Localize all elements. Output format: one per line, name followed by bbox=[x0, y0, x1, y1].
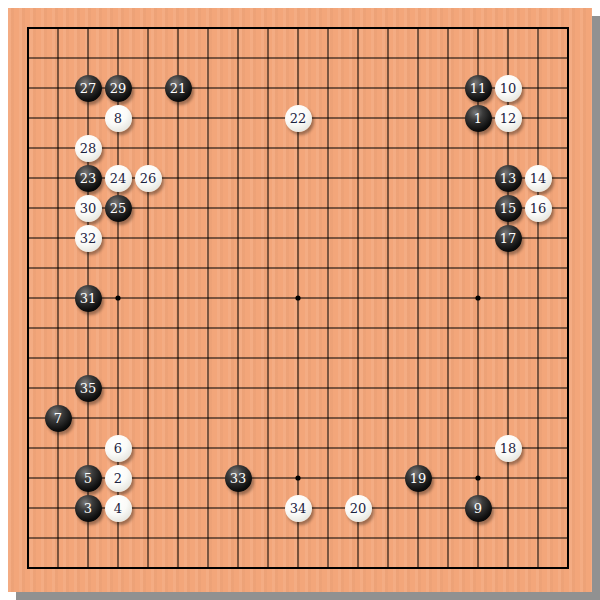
board-point[interactable] bbox=[103, 403, 133, 433]
board-point[interactable] bbox=[133, 133, 163, 163]
board-point[interactable] bbox=[403, 313, 433, 343]
board-point[interactable]: 25 bbox=[103, 193, 133, 223]
board-point[interactable] bbox=[283, 523, 313, 553]
stone-12-white[interactable]: 12 bbox=[495, 105, 522, 132]
board-point[interactable] bbox=[463, 43, 493, 73]
board-point[interactable] bbox=[403, 43, 433, 73]
board-point[interactable] bbox=[13, 103, 43, 133]
stone-4-white[interactable]: 4 bbox=[105, 495, 132, 522]
board-point[interactable] bbox=[523, 73, 553, 103]
board-point[interactable]: 10 bbox=[493, 73, 523, 103]
board-point[interactable] bbox=[433, 43, 463, 73]
board-point[interactable] bbox=[343, 103, 373, 133]
board-point[interactable] bbox=[523, 13, 553, 43]
board-point[interactable] bbox=[133, 403, 163, 433]
board-point[interactable] bbox=[253, 433, 283, 463]
board-point[interactable] bbox=[463, 223, 493, 253]
board-point[interactable] bbox=[343, 193, 373, 223]
stone-18-white[interactable]: 18 bbox=[495, 435, 522, 462]
board-point[interactable] bbox=[493, 493, 523, 523]
board-point[interactable] bbox=[253, 403, 283, 433]
board-point[interactable] bbox=[523, 43, 553, 73]
board-point[interactable] bbox=[403, 283, 433, 313]
board-point[interactable] bbox=[553, 553, 583, 583]
board-point[interactable] bbox=[13, 403, 43, 433]
board-point[interactable] bbox=[43, 343, 73, 373]
board-point[interactable] bbox=[523, 433, 553, 463]
board-point[interactable] bbox=[463, 433, 493, 463]
board-point[interactable] bbox=[253, 523, 283, 553]
board-point[interactable] bbox=[223, 13, 253, 43]
board-point[interactable] bbox=[223, 433, 253, 463]
board-point[interactable] bbox=[313, 523, 343, 553]
board-point[interactable] bbox=[133, 73, 163, 103]
board-point[interactable] bbox=[433, 523, 463, 553]
board-point[interactable] bbox=[523, 373, 553, 403]
board-point[interactable] bbox=[433, 313, 463, 343]
board-point[interactable] bbox=[43, 133, 73, 163]
board-point[interactable] bbox=[433, 373, 463, 403]
board-point[interactable] bbox=[313, 313, 343, 343]
stone-8-white[interactable]: 8 bbox=[105, 105, 132, 132]
board-point[interactable]: 9 bbox=[463, 493, 493, 523]
board-point[interactable] bbox=[313, 133, 343, 163]
board-point[interactable] bbox=[103, 283, 133, 313]
board-point[interactable]: 23 bbox=[73, 163, 103, 193]
board-point[interactable] bbox=[223, 553, 253, 583]
board-point[interactable] bbox=[343, 73, 373, 103]
board-point[interactable]: 17 bbox=[493, 223, 523, 253]
board-point[interactable]: 3 bbox=[73, 493, 103, 523]
board-point[interactable] bbox=[403, 343, 433, 373]
board-point[interactable] bbox=[373, 373, 403, 403]
board-point[interactable] bbox=[553, 523, 583, 553]
board-point[interactable] bbox=[433, 13, 463, 43]
board-point[interactable] bbox=[43, 253, 73, 283]
board-point[interactable] bbox=[193, 13, 223, 43]
stone-14-white[interactable]: 14 bbox=[525, 165, 552, 192]
board-point[interactable] bbox=[493, 13, 523, 43]
board-point[interactable] bbox=[373, 343, 403, 373]
board-point[interactable] bbox=[313, 343, 343, 373]
board-point[interactable] bbox=[163, 103, 193, 133]
board-point[interactable] bbox=[223, 283, 253, 313]
board-point[interactable]: 30 bbox=[73, 193, 103, 223]
board-point[interactable] bbox=[193, 523, 223, 553]
board-point[interactable] bbox=[163, 493, 193, 523]
board-point[interactable] bbox=[373, 223, 403, 253]
board-point[interactable] bbox=[133, 553, 163, 583]
board-point[interactable]: 27 bbox=[73, 73, 103, 103]
board-point[interactable] bbox=[223, 73, 253, 103]
board-point[interactable] bbox=[523, 283, 553, 313]
board-point[interactable] bbox=[373, 313, 403, 343]
board-point[interactable] bbox=[133, 13, 163, 43]
board-point[interactable]: 32 bbox=[73, 223, 103, 253]
board-point[interactable] bbox=[343, 223, 373, 253]
board-point[interactable] bbox=[433, 163, 463, 193]
board-point[interactable] bbox=[403, 493, 433, 523]
board-point[interactable] bbox=[43, 283, 73, 313]
board-point[interactable] bbox=[463, 553, 493, 583]
board-point[interactable] bbox=[103, 553, 133, 583]
board-point[interactable] bbox=[163, 553, 193, 583]
board-point[interactable] bbox=[493, 343, 523, 373]
board-point[interactable] bbox=[13, 253, 43, 283]
board-point[interactable] bbox=[343, 403, 373, 433]
board-point[interactable] bbox=[193, 433, 223, 463]
board-point[interactable] bbox=[223, 193, 253, 223]
board-point[interactable] bbox=[553, 433, 583, 463]
board-point[interactable] bbox=[283, 343, 313, 373]
board-point[interactable] bbox=[433, 463, 463, 493]
board-point[interactable] bbox=[463, 283, 493, 313]
board-point[interactable] bbox=[133, 493, 163, 523]
board-point[interactable] bbox=[373, 403, 403, 433]
board-point[interactable] bbox=[373, 163, 403, 193]
stone-20-white[interactable]: 20 bbox=[345, 495, 372, 522]
board-point[interactable] bbox=[463, 373, 493, 403]
board-point[interactable] bbox=[433, 193, 463, 223]
board-point[interactable] bbox=[253, 73, 283, 103]
board-point[interactable] bbox=[133, 193, 163, 223]
board-point[interactable] bbox=[13, 373, 43, 403]
board-point[interactable] bbox=[463, 253, 493, 283]
board-point[interactable] bbox=[253, 223, 283, 253]
stone-7-black[interactable]: 7 bbox=[45, 405, 72, 432]
board-point[interactable] bbox=[163, 433, 193, 463]
board-point[interactable] bbox=[493, 553, 523, 583]
board-point[interactable] bbox=[253, 253, 283, 283]
board-point[interactable] bbox=[313, 463, 343, 493]
board-point[interactable] bbox=[313, 253, 343, 283]
board-point[interactable] bbox=[523, 253, 553, 283]
board-point[interactable] bbox=[103, 313, 133, 343]
board-point[interactable] bbox=[493, 373, 523, 403]
board-point[interactable] bbox=[523, 403, 553, 433]
board-point[interactable] bbox=[463, 313, 493, 343]
stone-33-black[interactable]: 33 bbox=[225, 465, 252, 492]
board-point[interactable] bbox=[523, 313, 553, 343]
board-point[interactable] bbox=[163, 313, 193, 343]
board-point[interactable] bbox=[433, 133, 463, 163]
board-point[interactable]: 21 bbox=[163, 73, 193, 103]
board-point[interactable] bbox=[493, 403, 523, 433]
board-point[interactable] bbox=[403, 433, 433, 463]
stone-31-black[interactable]: 31 bbox=[75, 285, 102, 312]
board-point[interactable] bbox=[553, 313, 583, 343]
board-point[interactable] bbox=[253, 553, 283, 583]
board-point[interactable] bbox=[43, 463, 73, 493]
board-point[interactable] bbox=[13, 193, 43, 223]
board-point[interactable] bbox=[283, 283, 313, 313]
board-point[interactable] bbox=[43, 433, 73, 463]
board-point[interactable] bbox=[163, 523, 193, 553]
board-point[interactable] bbox=[13, 493, 43, 523]
board-point[interactable] bbox=[283, 433, 313, 463]
board-point[interactable] bbox=[223, 403, 253, 433]
board-point[interactable]: 18 bbox=[493, 433, 523, 463]
stone-27-black[interactable]: 27 bbox=[75, 75, 102, 102]
board-point[interactable] bbox=[73, 253, 103, 283]
board-point[interactable] bbox=[343, 373, 373, 403]
board-point[interactable] bbox=[193, 73, 223, 103]
board-point[interactable] bbox=[463, 163, 493, 193]
board-point[interactable] bbox=[253, 493, 283, 523]
board-point[interactable] bbox=[253, 343, 283, 373]
board-point[interactable] bbox=[73, 433, 103, 463]
board-point[interactable] bbox=[403, 193, 433, 223]
board-point[interactable] bbox=[193, 163, 223, 193]
board-point[interactable] bbox=[253, 133, 283, 163]
board-point[interactable] bbox=[163, 13, 193, 43]
stone-9-black[interactable]: 9 bbox=[465, 495, 492, 522]
board-point[interactable] bbox=[133, 463, 163, 493]
board-point[interactable] bbox=[433, 253, 463, 283]
board-point[interactable] bbox=[373, 43, 403, 73]
board-point[interactable] bbox=[493, 313, 523, 343]
board-point[interactable] bbox=[103, 253, 133, 283]
board-point[interactable] bbox=[193, 463, 223, 493]
stone-26-white[interactable]: 26 bbox=[135, 165, 162, 192]
board-point[interactable] bbox=[13, 13, 43, 43]
board-point[interactable]: 6 bbox=[103, 433, 133, 463]
board-point[interactable] bbox=[133, 523, 163, 553]
board-point[interactable] bbox=[43, 73, 73, 103]
stone-3-black[interactable]: 3 bbox=[75, 495, 102, 522]
board-point[interactable] bbox=[283, 403, 313, 433]
board-point[interactable] bbox=[73, 43, 103, 73]
board-point[interactable] bbox=[343, 343, 373, 373]
board-point[interactable] bbox=[13, 163, 43, 193]
board-point[interactable] bbox=[43, 553, 73, 583]
board-point[interactable] bbox=[313, 553, 343, 583]
board-point[interactable] bbox=[283, 43, 313, 73]
board-point[interactable] bbox=[73, 403, 103, 433]
board-point[interactable] bbox=[553, 253, 583, 283]
stone-23-black[interactable]: 23 bbox=[75, 165, 102, 192]
board-point[interactable] bbox=[493, 133, 523, 163]
board-point[interactable] bbox=[223, 223, 253, 253]
board-point[interactable] bbox=[223, 133, 253, 163]
board-point[interactable] bbox=[433, 73, 463, 103]
board-point[interactable] bbox=[553, 193, 583, 223]
board-point[interactable] bbox=[343, 463, 373, 493]
board-point[interactable] bbox=[133, 283, 163, 313]
board-point[interactable] bbox=[553, 403, 583, 433]
board-point[interactable] bbox=[373, 13, 403, 43]
board-point[interactable] bbox=[283, 253, 313, 283]
board-point[interactable]: 31 bbox=[73, 283, 103, 313]
board-point[interactable] bbox=[523, 463, 553, 493]
board-point[interactable] bbox=[403, 133, 433, 163]
board-point[interactable] bbox=[523, 523, 553, 553]
board-point[interactable] bbox=[193, 253, 223, 283]
board-point[interactable] bbox=[493, 43, 523, 73]
board-point[interactable] bbox=[523, 223, 553, 253]
board-point[interactable] bbox=[43, 223, 73, 253]
board-point[interactable] bbox=[463, 193, 493, 223]
board-point[interactable]: 14 bbox=[523, 163, 553, 193]
board-point[interactable] bbox=[193, 193, 223, 223]
board-point[interactable] bbox=[193, 373, 223, 403]
board-point[interactable] bbox=[193, 403, 223, 433]
board-point[interactable] bbox=[253, 373, 283, 403]
board-point[interactable] bbox=[403, 253, 433, 283]
board-point[interactable]: 22 bbox=[283, 103, 313, 133]
board-point[interactable] bbox=[403, 223, 433, 253]
board-point[interactable] bbox=[13, 523, 43, 553]
board-point[interactable] bbox=[13, 343, 43, 373]
board-point[interactable] bbox=[133, 103, 163, 133]
board-point[interactable]: 20 bbox=[343, 493, 373, 523]
stone-5-black[interactable]: 5 bbox=[75, 465, 102, 492]
stone-22-white[interactable]: 22 bbox=[285, 105, 312, 132]
board-point[interactable] bbox=[283, 553, 313, 583]
board-point[interactable] bbox=[463, 343, 493, 373]
board-point[interactable] bbox=[553, 283, 583, 313]
board-point[interactable] bbox=[193, 103, 223, 133]
stone-21-black[interactable]: 21 bbox=[165, 75, 192, 102]
board-point[interactable] bbox=[253, 313, 283, 343]
board-point[interactable] bbox=[433, 283, 463, 313]
board-point[interactable] bbox=[403, 73, 433, 103]
board-point[interactable] bbox=[163, 133, 193, 163]
board-point[interactable] bbox=[523, 493, 553, 523]
board-point[interactable]: 33 bbox=[223, 463, 253, 493]
board-point[interactable] bbox=[403, 373, 433, 403]
board-point[interactable] bbox=[343, 313, 373, 343]
board-point[interactable] bbox=[433, 223, 463, 253]
board-point[interactable] bbox=[13, 553, 43, 583]
board-point[interactable] bbox=[43, 313, 73, 343]
board-point[interactable] bbox=[553, 73, 583, 103]
board-point[interactable] bbox=[73, 103, 103, 133]
board-point[interactable] bbox=[163, 463, 193, 493]
board-point[interactable] bbox=[133, 223, 163, 253]
board-point[interactable] bbox=[313, 433, 343, 463]
board-point[interactable] bbox=[133, 313, 163, 343]
board-point[interactable] bbox=[43, 43, 73, 73]
board-point[interactable] bbox=[343, 163, 373, 193]
board-point[interactable] bbox=[193, 313, 223, 343]
board-point[interactable] bbox=[13, 283, 43, 313]
board-point[interactable] bbox=[163, 403, 193, 433]
board-point[interactable] bbox=[343, 433, 373, 463]
stone-13-black[interactable]: 13 bbox=[495, 165, 522, 192]
board-point[interactable] bbox=[13, 463, 43, 493]
board-point[interactable] bbox=[493, 523, 523, 553]
board-point[interactable]: 35 bbox=[73, 373, 103, 403]
board-point[interactable] bbox=[133, 343, 163, 373]
board-point[interactable] bbox=[283, 73, 313, 103]
board-point[interactable] bbox=[133, 373, 163, 403]
board-point[interactable] bbox=[493, 463, 523, 493]
board-point[interactable]: 34 bbox=[283, 493, 313, 523]
board-point[interactable] bbox=[343, 553, 373, 583]
board-point[interactable] bbox=[313, 493, 343, 523]
stone-1-black[interactable]: 1 bbox=[465, 105, 492, 132]
board-point[interactable]: 26 bbox=[133, 163, 163, 193]
board-point[interactable] bbox=[193, 493, 223, 523]
board-point[interactable] bbox=[73, 343, 103, 373]
board-point[interactable]: 4 bbox=[103, 493, 133, 523]
board-point[interactable] bbox=[433, 553, 463, 583]
board-point[interactable] bbox=[253, 163, 283, 193]
board-point[interactable] bbox=[283, 163, 313, 193]
board-point[interactable] bbox=[313, 43, 343, 73]
board-point[interactable] bbox=[553, 163, 583, 193]
board-point[interactable] bbox=[133, 43, 163, 73]
board-point[interactable] bbox=[133, 433, 163, 463]
board-point[interactable] bbox=[103, 223, 133, 253]
stone-25-black[interactable]: 25 bbox=[105, 195, 132, 222]
board-point[interactable] bbox=[223, 253, 253, 283]
board-point[interactable]: 24 bbox=[103, 163, 133, 193]
board-point[interactable] bbox=[373, 493, 403, 523]
stone-2-white[interactable]: 2 bbox=[105, 465, 132, 492]
board-point[interactable] bbox=[463, 403, 493, 433]
board-point[interactable] bbox=[463, 13, 493, 43]
go-board[interactable]: 2729211110822112282324261314302515163217… bbox=[8, 8, 592, 592]
board-point[interactable] bbox=[13, 73, 43, 103]
board-point[interactable] bbox=[553, 463, 583, 493]
board-point[interactable] bbox=[403, 103, 433, 133]
board-point[interactable] bbox=[373, 523, 403, 553]
board-point[interactable] bbox=[463, 133, 493, 163]
board-point[interactable] bbox=[283, 13, 313, 43]
board-point[interactable] bbox=[73, 313, 103, 343]
board-point[interactable] bbox=[13, 433, 43, 463]
board-point[interactable]: 11 bbox=[463, 73, 493, 103]
board-point[interactable] bbox=[373, 73, 403, 103]
stone-6-white[interactable]: 6 bbox=[105, 435, 132, 462]
board-point[interactable] bbox=[223, 493, 253, 523]
board-point[interactable] bbox=[373, 283, 403, 313]
board-point[interactable] bbox=[433, 433, 463, 463]
board-point[interactable] bbox=[193, 223, 223, 253]
board-point[interactable] bbox=[403, 523, 433, 553]
board-point[interactable] bbox=[223, 313, 253, 343]
board-point[interactable] bbox=[373, 553, 403, 583]
board-point[interactable] bbox=[343, 253, 373, 283]
board-point[interactable] bbox=[283, 463, 313, 493]
board-point[interactable] bbox=[313, 13, 343, 43]
stone-11-black[interactable]: 11 bbox=[465, 75, 492, 102]
board-point[interactable] bbox=[253, 13, 283, 43]
board-point[interactable]: 13 bbox=[493, 163, 523, 193]
board-point[interactable] bbox=[103, 13, 133, 43]
board-point[interactable] bbox=[313, 373, 343, 403]
board-point[interactable] bbox=[493, 283, 523, 313]
board-point[interactable]: 16 bbox=[523, 193, 553, 223]
stone-28-white[interactable]: 28 bbox=[75, 135, 102, 162]
board-point[interactable] bbox=[403, 403, 433, 433]
stone-34-white[interactable]: 34 bbox=[285, 495, 312, 522]
board-point[interactable] bbox=[193, 553, 223, 583]
board-point[interactable] bbox=[373, 253, 403, 283]
board-point[interactable]: 15 bbox=[493, 193, 523, 223]
board-point[interactable] bbox=[103, 373, 133, 403]
board-point[interactable] bbox=[193, 43, 223, 73]
board-point[interactable] bbox=[313, 73, 343, 103]
board-point[interactable] bbox=[43, 373, 73, 403]
board-point[interactable]: 8 bbox=[103, 103, 133, 133]
board-point[interactable] bbox=[553, 43, 583, 73]
board-point[interactable] bbox=[43, 13, 73, 43]
board-point[interactable] bbox=[163, 253, 193, 283]
stone-15-black[interactable]: 15 bbox=[495, 195, 522, 222]
